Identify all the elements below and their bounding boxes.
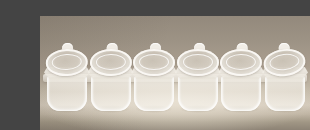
pot-lid	[89, 49, 131, 77]
pot-body	[91, 76, 131, 111]
pot-lid	[177, 49, 219, 76]
paint-pot	[220, 43, 262, 115]
paint-pot	[133, 43, 175, 115]
pot-lid-inner-recess	[183, 54, 213, 70]
pot-body	[221, 76, 261, 111]
pot-lid	[45, 48, 88, 77]
paint-pot	[177, 43, 219, 115]
pot-lid	[220, 49, 262, 77]
pot-lid-assembly	[220, 43, 263, 78]
paint-pot	[264, 43, 306, 115]
pot-body	[134, 76, 174, 111]
pot-lid-assembly	[89, 43, 132, 78]
pot-lid-inner-recess	[226, 54, 256, 71]
pot-lid-assembly	[133, 43, 175, 77]
pot-lid-assembly	[177, 43, 219, 77]
pot-row	[40, 16, 310, 130]
pot-lid	[133, 49, 175, 76]
pot-body	[178, 76, 218, 111]
pot-lid-assembly	[261, 41, 307, 80]
pot-lid-inner-recess	[269, 52, 301, 72]
pot-lid-inner-recess	[95, 54, 125, 71]
pot-lid	[262, 47, 307, 79]
pot-lid-inner-recess	[51, 53, 82, 71]
pot-body	[47, 76, 87, 111]
photo-paint-pot-strip	[40, 16, 310, 130]
paint-pot	[90, 43, 132, 115]
pot-body	[265, 76, 305, 111]
pot-lid-assembly	[45, 42, 89, 78]
pot-lid-inner-recess	[139, 54, 169, 70]
paint-pot	[46, 43, 88, 115]
